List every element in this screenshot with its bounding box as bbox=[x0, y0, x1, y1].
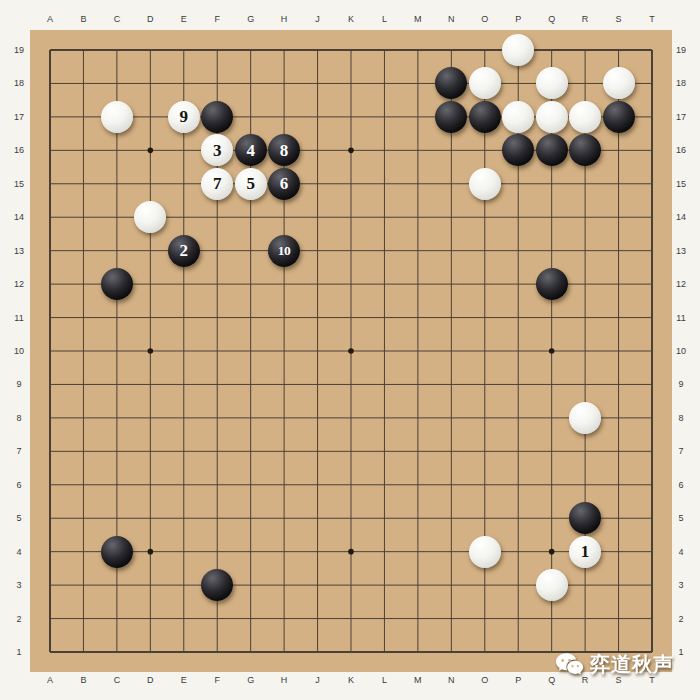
black-stone bbox=[469, 101, 501, 133]
board-point-R7 bbox=[568, 435, 601, 468]
board-point-C8 bbox=[100, 401, 133, 434]
coordinate-label-row-6: 6 bbox=[8, 468, 30, 501]
right-coordinate-labels: 19181716151413121110987654321 bbox=[670, 33, 692, 668]
board-point-Q19 bbox=[535, 33, 568, 66]
board-point-G9 bbox=[234, 368, 267, 401]
board-point-T10 bbox=[635, 334, 668, 367]
board-point-B17 bbox=[67, 100, 100, 133]
board-point-S17 bbox=[602, 100, 635, 133]
board-point-L15 bbox=[368, 167, 401, 200]
board-point-P1 bbox=[501, 635, 534, 668]
board-point-F14 bbox=[201, 201, 234, 234]
board-point-K4 bbox=[334, 535, 367, 568]
coordinate-label-col-N: N bbox=[435, 11, 468, 26]
board-point-A7 bbox=[33, 435, 66, 468]
coordinate-label-col-O: O bbox=[468, 672, 501, 687]
board-point-M9 bbox=[401, 368, 434, 401]
board-point-B14 bbox=[67, 201, 100, 234]
black-stone-move-2: 2 bbox=[168, 235, 200, 267]
board-point-M8 bbox=[401, 401, 434, 434]
coordinate-label-row-17: 17 bbox=[670, 100, 692, 133]
board-point-H13: 10 bbox=[267, 234, 300, 267]
board-point-D19 bbox=[134, 33, 167, 66]
board-point-O3 bbox=[468, 568, 501, 601]
board-point-L10 bbox=[368, 334, 401, 367]
board-point-D18 bbox=[134, 67, 167, 100]
board-point-C3 bbox=[100, 568, 133, 601]
board-point-J8 bbox=[301, 401, 334, 434]
board-point-F11 bbox=[201, 301, 234, 334]
watermark: 弈道秋声 bbox=[555, 651, 674, 678]
board-point-R11 bbox=[568, 301, 601, 334]
board-point-J12 bbox=[301, 267, 334, 300]
board-point-R6 bbox=[568, 468, 601, 501]
board-point-O14 bbox=[468, 201, 501, 234]
board-point-Q5 bbox=[535, 501, 568, 534]
board-point-O19 bbox=[468, 33, 501, 66]
board-point-N1 bbox=[435, 635, 468, 668]
board-point-F6 bbox=[201, 468, 234, 501]
board-point-K1 bbox=[334, 635, 367, 668]
coordinate-label-row-9: 9 bbox=[8, 368, 30, 401]
board-point-R14 bbox=[568, 201, 601, 234]
board-point-H10 bbox=[267, 334, 300, 367]
board-point-H2 bbox=[267, 602, 300, 635]
board-point-G5 bbox=[234, 501, 267, 534]
board-point-Q15 bbox=[535, 167, 568, 200]
board-point-K15 bbox=[334, 167, 367, 200]
board-point-L9 bbox=[368, 368, 401, 401]
board-point-B8 bbox=[67, 401, 100, 434]
board-point-P19 bbox=[501, 33, 534, 66]
board-point-C16 bbox=[100, 134, 133, 167]
board-point-E10 bbox=[167, 334, 200, 367]
white-stone bbox=[502, 34, 534, 66]
board-point-Q4 bbox=[535, 535, 568, 568]
board-point-K8 bbox=[334, 401, 367, 434]
board-point-R10 bbox=[568, 334, 601, 367]
board-point-N5 bbox=[435, 501, 468, 534]
board-point-P7 bbox=[501, 435, 534, 468]
board-point-J2 bbox=[301, 602, 334, 635]
board-point-S3 bbox=[602, 568, 635, 601]
move-number: 8 bbox=[280, 142, 289, 159]
board-point-E13: 2 bbox=[167, 234, 200, 267]
board-point-A13 bbox=[33, 234, 66, 267]
board-point-O8 bbox=[468, 401, 501, 434]
board-point-B9 bbox=[67, 368, 100, 401]
board-point-N10 bbox=[435, 334, 468, 367]
board-point-M15 bbox=[401, 167, 434, 200]
board-point-K2 bbox=[334, 602, 367, 635]
board-point-J1 bbox=[301, 635, 334, 668]
move-number: 1 bbox=[581, 543, 590, 560]
board-point-O11 bbox=[468, 301, 501, 334]
board-point-D6 bbox=[134, 468, 167, 501]
board-point-F15: 7 bbox=[201, 167, 234, 200]
go-diagram-page: ABCDEFGHJKLMNOPQRST ABCDEFGHJKLMNOPQRST … bbox=[0, 0, 700, 700]
board-point-D3 bbox=[134, 568, 167, 601]
board-point-N13 bbox=[435, 234, 468, 267]
board-point-E6 bbox=[167, 468, 200, 501]
board-point-S14 bbox=[602, 201, 635, 234]
board-point-D12 bbox=[134, 267, 167, 300]
coordinate-label-row-8: 8 bbox=[670, 401, 692, 434]
board-points: 93487562101 bbox=[33, 33, 668, 668]
board-point-H6 bbox=[267, 468, 300, 501]
black-stone bbox=[502, 134, 534, 166]
coordinate-label-col-M: M bbox=[401, 672, 434, 687]
board-point-J3 bbox=[301, 568, 334, 601]
board-point-H12 bbox=[267, 267, 300, 300]
board-point-B15 bbox=[67, 167, 100, 200]
board-point-N19 bbox=[435, 33, 468, 66]
board-point-J14 bbox=[301, 201, 334, 234]
black-stone bbox=[435, 101, 467, 133]
board-point-O16 bbox=[468, 134, 501, 167]
board-point-N3 bbox=[435, 568, 468, 601]
board-point-L18 bbox=[368, 67, 401, 100]
board-point-C1 bbox=[100, 635, 133, 668]
board-point-C2 bbox=[100, 602, 133, 635]
board-point-F17 bbox=[201, 100, 234, 133]
board-point-H11 bbox=[267, 301, 300, 334]
board-point-H19 bbox=[267, 33, 300, 66]
board-point-N8 bbox=[435, 401, 468, 434]
board-point-T6 bbox=[635, 468, 668, 501]
board-point-O1 bbox=[468, 635, 501, 668]
board-point-M1 bbox=[401, 635, 434, 668]
board-point-O13 bbox=[468, 234, 501, 267]
board-point-G15: 5 bbox=[234, 167, 267, 200]
move-number: 6 bbox=[280, 175, 289, 192]
board-point-M10 bbox=[401, 334, 434, 367]
board-point-G3 bbox=[234, 568, 267, 601]
board-point-O15 bbox=[468, 167, 501, 200]
board-point-K14 bbox=[334, 201, 367, 234]
board-point-E15 bbox=[167, 167, 200, 200]
board-point-C15 bbox=[100, 167, 133, 200]
top-coordinate-labels: ABCDEFGHJKLMNOPQRST bbox=[33, 11, 668, 26]
board-point-B13 bbox=[67, 234, 100, 267]
board-point-O17 bbox=[468, 100, 501, 133]
board-point-D7 bbox=[134, 435, 167, 468]
board-point-Q16 bbox=[535, 134, 568, 167]
coordinate-label-col-K: K bbox=[334, 11, 367, 26]
coordinate-label-col-J: J bbox=[301, 11, 334, 26]
board-point-L16 bbox=[368, 134, 401, 167]
board-point-D9 bbox=[134, 368, 167, 401]
coordinate-label-row-7: 7 bbox=[8, 435, 30, 468]
coordinate-label-row-2: 2 bbox=[670, 602, 692, 635]
black-stone bbox=[101, 536, 133, 568]
coordinate-label-col-L: L bbox=[368, 672, 401, 687]
board-point-R12 bbox=[568, 267, 601, 300]
board-point-D10 bbox=[134, 334, 167, 367]
board-point-H4 bbox=[267, 535, 300, 568]
board-point-R5 bbox=[568, 501, 601, 534]
coordinate-label-row-3: 3 bbox=[670, 568, 692, 601]
board-point-Q18 bbox=[535, 67, 568, 100]
board-point-D17 bbox=[134, 100, 167, 133]
board-point-A19 bbox=[33, 33, 66, 66]
coordinate-label-col-N: N bbox=[435, 672, 468, 687]
board-point-C7 bbox=[100, 435, 133, 468]
board-point-M13 bbox=[401, 234, 434, 267]
board-point-R19 bbox=[568, 33, 601, 66]
board-point-M12 bbox=[401, 267, 434, 300]
board-point-F7 bbox=[201, 435, 234, 468]
board-point-A2 bbox=[33, 602, 66, 635]
board-point-F9 bbox=[201, 368, 234, 401]
coordinate-label-col-Q: Q bbox=[535, 11, 568, 26]
board-point-B7 bbox=[67, 435, 100, 468]
white-stone bbox=[469, 536, 501, 568]
board-point-J11 bbox=[301, 301, 334, 334]
board-point-R16 bbox=[568, 134, 601, 167]
board-point-A10 bbox=[33, 334, 66, 367]
board-point-D11 bbox=[134, 301, 167, 334]
coordinate-label-col-E: E bbox=[167, 672, 200, 687]
board-point-B11 bbox=[67, 301, 100, 334]
board-point-S9 bbox=[602, 368, 635, 401]
coordinate-label-row-18: 18 bbox=[670, 67, 692, 100]
board-point-C5 bbox=[100, 501, 133, 534]
board-point-Q11 bbox=[535, 301, 568, 334]
board-point-L3 bbox=[368, 568, 401, 601]
board-point-G7 bbox=[234, 435, 267, 468]
board-point-D5 bbox=[134, 501, 167, 534]
board-point-H18 bbox=[267, 67, 300, 100]
coordinate-label-col-T: T bbox=[635, 11, 668, 26]
board-point-R4: 1 bbox=[568, 535, 601, 568]
move-number: 7 bbox=[213, 175, 222, 192]
coordinate-label-col-F: F bbox=[201, 672, 234, 687]
board-point-G19 bbox=[234, 33, 267, 66]
board-point-H3 bbox=[267, 568, 300, 601]
board-point-T14 bbox=[635, 201, 668, 234]
board-point-G18 bbox=[234, 67, 267, 100]
white-stone bbox=[536, 101, 568, 133]
board-point-T17 bbox=[635, 100, 668, 133]
board-point-H1 bbox=[267, 635, 300, 668]
board-point-S19 bbox=[602, 33, 635, 66]
board-point-P15 bbox=[501, 167, 534, 200]
board-point-A16 bbox=[33, 134, 66, 167]
board-point-Q9 bbox=[535, 368, 568, 401]
board-point-C13 bbox=[100, 234, 133, 267]
board-point-M2 bbox=[401, 602, 434, 635]
black-stone bbox=[569, 134, 601, 166]
board-point-Q10 bbox=[535, 334, 568, 367]
board-point-T7 bbox=[635, 435, 668, 468]
board-point-O2 bbox=[468, 602, 501, 635]
board-point-O4 bbox=[468, 535, 501, 568]
board-point-D4 bbox=[134, 535, 167, 568]
coordinate-label-col-J: J bbox=[301, 672, 334, 687]
board-point-F8 bbox=[201, 401, 234, 434]
board-point-T18 bbox=[635, 67, 668, 100]
board-point-E18 bbox=[167, 67, 200, 100]
board-point-L13 bbox=[368, 234, 401, 267]
board-point-G1 bbox=[234, 635, 267, 668]
board-point-J5 bbox=[301, 501, 334, 534]
board-point-Q2 bbox=[535, 602, 568, 635]
coordinate-label-row-15: 15 bbox=[8, 167, 30, 200]
coordinate-label-row-14: 14 bbox=[8, 201, 30, 234]
board-point-M4 bbox=[401, 535, 434, 568]
board-point-L17 bbox=[368, 100, 401, 133]
board-point-O7 bbox=[468, 435, 501, 468]
board-point-R2 bbox=[568, 602, 601, 635]
board-point-K16 bbox=[334, 134, 367, 167]
coordinate-label-col-A: A bbox=[33, 11, 66, 26]
board-point-J10 bbox=[301, 334, 334, 367]
board-point-S5 bbox=[602, 501, 635, 534]
board-point-N7 bbox=[435, 435, 468, 468]
white-stone bbox=[101, 101, 133, 133]
board-point-N11 bbox=[435, 301, 468, 334]
move-number: 4 bbox=[246, 142, 255, 159]
coordinate-label-col-D: D bbox=[134, 11, 167, 26]
board-point-Q12 bbox=[535, 267, 568, 300]
board-point-T13 bbox=[635, 234, 668, 267]
board-point-E9 bbox=[167, 368, 200, 401]
board-point-F19 bbox=[201, 33, 234, 66]
board-point-B4 bbox=[67, 535, 100, 568]
white-stone bbox=[603, 67, 635, 99]
coordinate-label-row-13: 13 bbox=[670, 234, 692, 267]
white-stone bbox=[536, 569, 568, 601]
coordinate-label-row-15: 15 bbox=[670, 167, 692, 200]
coordinate-label-col-C: C bbox=[100, 672, 133, 687]
coordinate-label-row-4: 4 bbox=[670, 535, 692, 568]
coordinate-label-row-2: 2 bbox=[8, 602, 30, 635]
coordinate-label-col-B: B bbox=[67, 11, 100, 26]
board-point-R18 bbox=[568, 67, 601, 100]
board-point-A11 bbox=[33, 301, 66, 334]
board-point-S8 bbox=[602, 401, 635, 434]
board-point-S7 bbox=[602, 435, 635, 468]
board-point-M3 bbox=[401, 568, 434, 601]
board-point-E19 bbox=[167, 33, 200, 66]
board-point-O10 bbox=[468, 334, 501, 367]
board-point-N17 bbox=[435, 100, 468, 133]
board-point-S13 bbox=[602, 234, 635, 267]
board-point-S15 bbox=[602, 167, 635, 200]
board-point-T16 bbox=[635, 134, 668, 167]
coordinate-label-col-H: H bbox=[267, 11, 300, 26]
board-point-T3 bbox=[635, 568, 668, 601]
coordinate-label-col-A: A bbox=[33, 672, 66, 687]
coordinate-label-col-D: D bbox=[134, 672, 167, 687]
board-point-G12 bbox=[234, 267, 267, 300]
board-point-E7 bbox=[167, 435, 200, 468]
board-point-S18 bbox=[602, 67, 635, 100]
board-point-T5 bbox=[635, 501, 668, 534]
board-point-D16 bbox=[134, 134, 167, 167]
go-board: 93487562101 bbox=[30, 30, 672, 672]
move-number: 9 bbox=[180, 108, 189, 125]
board-point-N15 bbox=[435, 167, 468, 200]
board-point-B6 bbox=[67, 468, 100, 501]
board-point-F5 bbox=[201, 501, 234, 534]
coordinate-label-col-C: C bbox=[100, 11, 133, 26]
board-point-T4 bbox=[635, 535, 668, 568]
coordinate-label-row-6: 6 bbox=[670, 468, 692, 501]
board-point-S2 bbox=[602, 602, 635, 635]
board-point-J16 bbox=[301, 134, 334, 167]
board-point-M14 bbox=[401, 201, 434, 234]
board-point-F1 bbox=[201, 635, 234, 668]
board-point-G8 bbox=[234, 401, 267, 434]
board-point-Q8 bbox=[535, 401, 568, 434]
board-point-B5 bbox=[67, 501, 100, 534]
left-coordinate-labels: 19181716151413121110987654321 bbox=[8, 33, 30, 668]
board-point-L2 bbox=[368, 602, 401, 635]
coordinate-label-col-E: E bbox=[167, 11, 200, 26]
board-point-B1 bbox=[67, 635, 100, 668]
board-point-B10 bbox=[67, 334, 100, 367]
board-point-O6 bbox=[468, 468, 501, 501]
coordinate-label-row-7: 7 bbox=[670, 435, 692, 468]
board-point-F4 bbox=[201, 535, 234, 568]
board-point-T15 bbox=[635, 167, 668, 200]
board-point-G11 bbox=[234, 301, 267, 334]
board-point-E3 bbox=[167, 568, 200, 601]
board-point-P14 bbox=[501, 201, 534, 234]
board-point-E4 bbox=[167, 535, 200, 568]
board-point-T12 bbox=[635, 267, 668, 300]
board-point-R9 bbox=[568, 368, 601, 401]
coordinate-label-row-14: 14 bbox=[670, 201, 692, 234]
board-point-N9 bbox=[435, 368, 468, 401]
board-point-D1 bbox=[134, 635, 167, 668]
board-point-E12 bbox=[167, 267, 200, 300]
coordinate-label-col-S: S bbox=[602, 11, 635, 26]
board-point-P6 bbox=[501, 468, 534, 501]
board-point-G2 bbox=[234, 602, 267, 635]
board-point-B2 bbox=[67, 602, 100, 635]
board-point-F13 bbox=[201, 234, 234, 267]
move-number: 3 bbox=[213, 142, 222, 159]
board-point-M11 bbox=[401, 301, 434, 334]
coordinate-label-col-M: M bbox=[401, 11, 434, 26]
coordinate-label-col-H: H bbox=[267, 672, 300, 687]
board-point-J9 bbox=[301, 368, 334, 401]
board-point-C9 bbox=[100, 368, 133, 401]
board-point-A6 bbox=[33, 468, 66, 501]
board-point-G13 bbox=[234, 234, 267, 267]
board-point-K18 bbox=[334, 67, 367, 100]
coordinate-label-row-19: 19 bbox=[8, 33, 30, 66]
coordinate-label-row-19: 19 bbox=[670, 33, 692, 66]
black-stone-move-6: 6 bbox=[268, 168, 300, 200]
board-point-K5 bbox=[334, 501, 367, 534]
board-point-L5 bbox=[368, 501, 401, 534]
board-point-A4 bbox=[33, 535, 66, 568]
coordinate-label-row-11: 11 bbox=[670, 301, 692, 334]
board-point-L11 bbox=[368, 301, 401, 334]
board-point-B12 bbox=[67, 267, 100, 300]
board-point-E8 bbox=[167, 401, 200, 434]
board-point-R13 bbox=[568, 234, 601, 267]
board-point-P11 bbox=[501, 301, 534, 334]
coordinate-label-col-G: G bbox=[234, 672, 267, 687]
board-point-O18 bbox=[468, 67, 501, 100]
board-point-G4 bbox=[234, 535, 267, 568]
board-point-P17 bbox=[501, 100, 534, 133]
